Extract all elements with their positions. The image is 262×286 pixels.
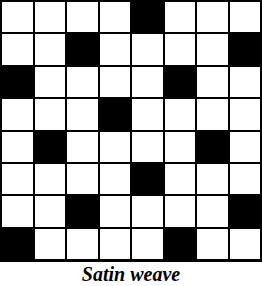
grid-cell-r8c4-white: [100, 229, 131, 259]
grid-cell-r6c3-white: [67, 164, 98, 194]
grid-cell-r2c3-black: [67, 34, 98, 64]
grid-cell-r2c1-white: [2, 34, 33, 64]
grid-cell-r1c6-white: [165, 2, 196, 32]
grid-cell-r1c3-white: [67, 2, 98, 32]
weave-grid: [0, 0, 262, 262]
grid-cell-r7c5-white: [132, 196, 163, 226]
grid-cell-r3c5-white: [132, 67, 163, 97]
grid-cell-r4c3-white: [67, 99, 98, 129]
grid-cell-r6c1-white: [2, 164, 33, 194]
grid-cell-r3c1-black: [2, 67, 33, 97]
grid-cell-r2c4-white: [100, 34, 131, 64]
grid-cell-r2c2-white: [35, 34, 66, 64]
grid-cell-r3c2-white: [35, 67, 66, 97]
grid-cell-r7c1-white: [2, 196, 33, 226]
grid-cell-r5c3-white: [67, 132, 98, 162]
grid-cell-r6c7-white: [197, 164, 228, 194]
grid-cell-r8c3-white: [67, 229, 98, 259]
figure-caption: Satin weave: [0, 262, 262, 286]
grid-cell-r7c7-white: [197, 196, 228, 226]
grid-cell-r8c5-white: [132, 229, 163, 259]
grid-cell-r5c5-white: [132, 132, 163, 162]
grid-cell-r2c7-white: [197, 34, 228, 64]
grid-cell-r4c1-white: [2, 99, 33, 129]
grid-cell-r6c5-black: [132, 164, 163, 194]
grid-cell-r6c4-white: [100, 164, 131, 194]
grid-cell-r6c6-white: [165, 164, 196, 194]
grid-cell-r7c2-white: [35, 196, 66, 226]
grid-cell-r5c8-white: [230, 132, 261, 162]
grid-cell-r1c7-white: [197, 2, 228, 32]
grid-cell-r4c7-white: [197, 99, 228, 129]
grid-cell-r2c6-white: [165, 34, 196, 64]
grid-cell-r3c7-white: [197, 67, 228, 97]
grid-cell-r6c8-white: [230, 164, 261, 194]
grid-cell-r4c5-white: [132, 99, 163, 129]
grid-cell-r1c8-white: [230, 2, 261, 32]
grid-cell-r5c2-black: [35, 132, 66, 162]
grid-cell-r5c6-white: [165, 132, 196, 162]
grid-cell-r7c6-white: [165, 196, 196, 226]
grid-cell-r1c4-white: [100, 2, 131, 32]
grid-cell-r4c4-black: [100, 99, 131, 129]
satin-weave-figure: Satin weave: [0, 0, 262, 286]
grid-cell-r3c4-white: [100, 67, 131, 97]
grid-cell-r8c2-white: [35, 229, 66, 259]
grid-cell-r7c3-black: [67, 196, 98, 226]
grid-cell-r4c2-white: [35, 99, 66, 129]
grid-cell-r3c6-black: [165, 67, 196, 97]
grid-cell-r5c1-white: [2, 132, 33, 162]
grid-cell-r5c7-black: [197, 132, 228, 162]
grid-cell-r2c8-black: [230, 34, 261, 64]
grid-cell-r8c6-black: [165, 229, 196, 259]
grid-cell-r3c8-white: [230, 67, 261, 97]
grid-cell-r1c2-white: [35, 2, 66, 32]
grid-cell-r1c1-white: [2, 2, 33, 32]
grid-cell-r1c5-black: [132, 2, 163, 32]
grid-cell-r4c6-white: [165, 99, 196, 129]
grid-cell-r8c1-black: [2, 229, 33, 259]
grid-cell-r3c3-white: [67, 67, 98, 97]
grid-cell-r7c4-white: [100, 196, 131, 226]
grid-cell-r4c8-white: [230, 99, 261, 129]
grid-cell-r7c8-black: [230, 196, 261, 226]
grid-cell-r8c8-white: [230, 229, 261, 259]
grid-cell-r2c5-white: [132, 34, 163, 64]
grid-cell-r5c4-white: [100, 132, 131, 162]
grid-cell-r6c2-white: [35, 164, 66, 194]
grid-cell-r8c7-white: [197, 229, 228, 259]
